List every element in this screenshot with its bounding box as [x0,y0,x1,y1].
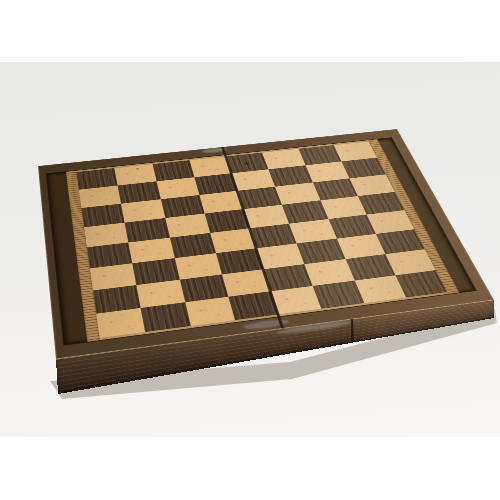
front-hinge-seam [351,319,354,343]
scene [0,0,500,500]
